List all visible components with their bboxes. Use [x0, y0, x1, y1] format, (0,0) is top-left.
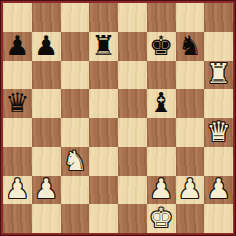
square-e4[interactable] — [118, 118, 147, 147]
square-a7[interactable]: ♟ — [3, 32, 32, 61]
square-c2[interactable] — [61, 176, 90, 205]
square-d2[interactable] — [89, 176, 118, 205]
square-f6[interactable] — [147, 61, 176, 90]
square-e5[interactable] — [118, 89, 147, 118]
black-rook[interactable]: ♜ — [92, 32, 116, 60]
board-frame: ♟♟♜♚♞♜♛♝♛♞♟♟♟♟♟♚ — [0, 0, 236, 236]
square-a1[interactable] — [3, 204, 32, 233]
square-c1[interactable] — [61, 204, 90, 233]
square-b5[interactable] — [32, 89, 61, 118]
square-f7[interactable]: ♚ — [147, 32, 176, 61]
white-pawn[interactable]: ♟ — [178, 176, 202, 204]
square-b4[interactable] — [32, 118, 61, 147]
white-pawn[interactable]: ♟ — [5, 176, 29, 204]
square-f4[interactable] — [147, 118, 176, 147]
square-b3[interactable] — [32, 147, 61, 176]
square-g1[interactable] — [176, 204, 205, 233]
square-b7[interactable]: ♟ — [32, 32, 61, 61]
square-e3[interactable] — [118, 147, 147, 176]
square-h3[interactable] — [204, 147, 233, 176]
square-e7[interactable] — [118, 32, 147, 61]
white-rook[interactable]: ♜ — [207, 61, 231, 89]
square-c3[interactable]: ♞ — [61, 147, 90, 176]
square-g2[interactable]: ♟ — [176, 176, 205, 205]
square-f8[interactable] — [147, 3, 176, 32]
square-h2[interactable]: ♟ — [204, 176, 233, 205]
square-e8[interactable] — [118, 3, 147, 32]
square-d4[interactable] — [89, 118, 118, 147]
square-c4[interactable] — [61, 118, 90, 147]
square-g3[interactable] — [176, 147, 205, 176]
square-d8[interactable] — [89, 3, 118, 32]
square-g6[interactable] — [176, 61, 205, 90]
square-h7[interactable] — [204, 32, 233, 61]
black-king[interactable]: ♚ — [149, 32, 173, 60]
square-a2[interactable]: ♟ — [3, 176, 32, 205]
white-knight[interactable]: ♞ — [63, 147, 87, 175]
square-h5[interactable] — [204, 89, 233, 118]
square-g5[interactable] — [176, 89, 205, 118]
square-e6[interactable] — [118, 61, 147, 90]
square-a3[interactable] — [3, 147, 32, 176]
square-h6[interactable]: ♜ — [204, 61, 233, 90]
square-h8[interactable] — [204, 3, 233, 32]
white-queen[interactable]: ♛ — [207, 118, 231, 146]
square-f1[interactable]: ♚ — [147, 204, 176, 233]
white-pawn[interactable]: ♟ — [149, 176, 173, 204]
square-h4[interactable]: ♛ — [204, 118, 233, 147]
square-b8[interactable] — [32, 3, 61, 32]
black-pawn[interactable]: ♟ — [5, 32, 29, 60]
square-a5[interactable]: ♛ — [3, 89, 32, 118]
black-bishop[interactable]: ♝ — [149, 89, 173, 117]
square-b1[interactable] — [32, 204, 61, 233]
square-f2[interactable]: ♟ — [147, 176, 176, 205]
square-h1[interactable] — [204, 204, 233, 233]
square-a4[interactable] — [3, 118, 32, 147]
white-king[interactable]: ♚ — [149, 204, 173, 232]
black-queen[interactable]: ♛ — [5, 89, 29, 117]
square-e2[interactable] — [118, 176, 147, 205]
square-c5[interactable] — [61, 89, 90, 118]
square-f3[interactable] — [147, 147, 176, 176]
square-d5[interactable] — [89, 89, 118, 118]
square-d1[interactable] — [89, 204, 118, 233]
square-d7[interactable]: ♜ — [89, 32, 118, 61]
square-c6[interactable] — [61, 61, 90, 90]
white-pawn[interactable]: ♟ — [34, 176, 58, 204]
square-g7[interactable]: ♞ — [176, 32, 205, 61]
square-g8[interactable] — [176, 3, 205, 32]
chess-board: ♟♟♜♚♞♜♛♝♛♞♟♟♟♟♟♚ — [3, 3, 233, 233]
square-c8[interactable] — [61, 3, 90, 32]
square-b6[interactable] — [32, 61, 61, 90]
square-b2[interactable]: ♟ — [32, 176, 61, 205]
black-pawn[interactable]: ♟ — [34, 32, 58, 60]
square-f5[interactable]: ♝ — [147, 89, 176, 118]
white-pawn[interactable]: ♟ — [207, 176, 231, 204]
square-g4[interactable] — [176, 118, 205, 147]
black-knight[interactable]: ♞ — [178, 32, 202, 60]
square-a6[interactable] — [3, 61, 32, 90]
square-d3[interactable] — [89, 147, 118, 176]
square-d6[interactable] — [89, 61, 118, 90]
square-c7[interactable] — [61, 32, 90, 61]
square-e1[interactable] — [118, 204, 147, 233]
square-a8[interactable] — [3, 3, 32, 32]
